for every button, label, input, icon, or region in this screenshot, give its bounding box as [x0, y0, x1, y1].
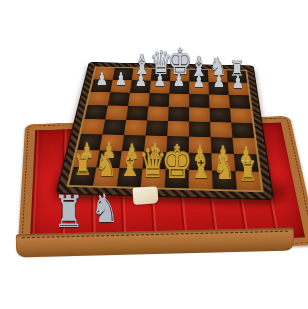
- square-c8: [132, 68, 152, 80]
- square-e6: [169, 94, 189, 108]
- square-c3: [122, 135, 146, 152]
- cloth-item: [132, 186, 158, 205]
- square-d4: [146, 120, 168, 136]
- square-e1: [165, 169, 189, 188]
- square-a5: [84, 105, 107, 120]
- square-b4: [102, 119, 126, 134]
- square-e5: [168, 107, 189, 122]
- chess-set-photo: ♝♛♚♝♞♜♟♟♟♟♟♟♟♟♟♟♟♟♟♟♟♟♜♞♝♛♚♝♞♜♜♞: [0, 0, 308, 309]
- square-e7: [169, 81, 189, 94]
- square-g7: [208, 82, 228, 95]
- square-h7: [228, 82, 249, 95]
- square-c2: [119, 151, 144, 169]
- square-b7: [110, 80, 131, 93]
- square-c4: [124, 120, 147, 136]
- square-f8: [189, 70, 208, 82]
- square-h6: [229, 95, 251, 109]
- square-b6: [108, 92, 130, 106]
- square-h2: [234, 154, 259, 172]
- board-grid: [66, 66, 263, 192]
- square-g8: [208, 70, 228, 82]
- square-c1: [117, 168, 143, 187]
- square-b2: [96, 150, 121, 168]
- square-g5: [209, 108, 231, 123]
- square-h5: [230, 108, 252, 123]
- square-c7: [130, 80, 151, 93]
- square-f2: [189, 153, 212, 171]
- square-d1: [141, 169, 166, 188]
- square-e3: [166, 136, 188, 153]
- square-d6: [148, 93, 169, 107]
- square-d8: [151, 69, 171, 81]
- square-g3: [211, 137, 234, 154]
- square-f1: [189, 170, 213, 189]
- square-b3: [99, 134, 124, 151]
- square-g4: [210, 122, 232, 138]
- square-c6: [128, 93, 150, 107]
- square-g6: [209, 94, 230, 108]
- square-a8: [94, 68, 115, 80]
- square-g1: [212, 171, 237, 190]
- square-d7: [150, 81, 170, 94]
- square-a6: [88, 92, 111, 106]
- square-d2: [142, 152, 166, 170]
- square-b1: [93, 167, 119, 186]
- square-f3: [189, 137, 211, 154]
- square-g2: [211, 153, 235, 171]
- square-e8: [170, 69, 189, 81]
- square-b5: [105, 105, 128, 120]
- square-c5: [126, 106, 148, 121]
- square-f6: [189, 94, 209, 108]
- square-d5: [147, 106, 169, 121]
- square-a1: [69, 167, 96, 186]
- square-e4: [167, 121, 189, 137]
- square-h3: [232, 138, 256, 155]
- square-a3: [77, 134, 102, 150]
- square-f7: [189, 81, 209, 94]
- square-a4: [81, 119, 105, 134]
- square-a2: [73, 150, 99, 168]
- square-d3: [144, 136, 167, 153]
- square-f4: [189, 122, 211, 138]
- square-h1: [235, 171, 261, 190]
- square-h8: [227, 70, 247, 82]
- square-f5: [189, 107, 210, 122]
- square-h4: [231, 123, 254, 139]
- square-b8: [113, 68, 134, 80]
- square-e2: [166, 152, 189, 170]
- chess-board: [55, 62, 274, 200]
- square-a7: [91, 79, 113, 92]
